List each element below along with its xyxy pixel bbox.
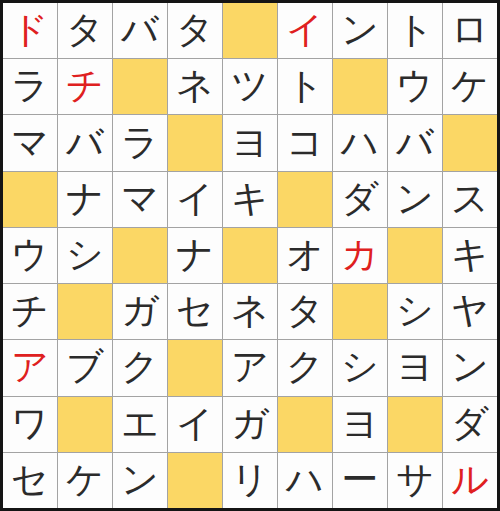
cell-letter: ト (286, 67, 324, 104)
cell-r9c7[interactable]: ー (333, 453, 387, 508)
cell-r3c9[interactable] (443, 115, 497, 170)
cell-r4c5[interactable]: キ (223, 172, 277, 227)
cell-r4c6[interactable] (278, 172, 332, 227)
cell-letter: リ (231, 461, 269, 498)
cell-letter: ラ (121, 124, 159, 161)
cell-r2c2[interactable]: チ (58, 59, 112, 114)
cell-r3c8[interactable]: バ (388, 115, 442, 170)
cell-letter: バ (66, 124, 104, 161)
cell-r7c5[interactable]: ア (223, 340, 277, 395)
cell-letter: ト (396, 11, 434, 48)
cell-letter: ス (451, 180, 489, 217)
cell-letter: バ (121, 11, 159, 48)
cell-letter: ロ (451, 11, 489, 48)
cell-letter: ナ (176, 236, 214, 273)
cell-letter: ブ (66, 348, 104, 385)
cell-r8c3[interactable]: エ (113, 397, 167, 452)
cell-letter: チ (11, 292, 49, 329)
cell-r3c1[interactable]: マ (3, 115, 57, 170)
cell-letter: ガ (231, 405, 269, 442)
cell-letter: カ (341, 236, 379, 273)
cell-letter: キ (231, 180, 269, 217)
cell-r5c2[interactable]: シ (58, 228, 112, 283)
cell-r9c9[interactable]: ル (443, 453, 497, 508)
cell-r3c4[interactable] (168, 115, 222, 170)
cell-letter: バ (396, 124, 434, 161)
cell-r6c7[interactable] (333, 284, 387, 339)
cell-r7c9[interactable]: ン (443, 340, 497, 395)
cell-r4c3[interactable]: マ (113, 172, 167, 227)
cell-r3c7[interactable]: ハ (333, 115, 387, 170)
cell-r5c5[interactable] (223, 228, 277, 283)
cell-letter: ク (121, 348, 159, 385)
cell-r6c2[interactable] (58, 284, 112, 339)
cell-letter: ダ (451, 405, 489, 442)
cell-r8c8[interactable] (388, 397, 442, 452)
cell-r2c4[interactable]: ネ (168, 59, 222, 114)
cell-r9c2[interactable]: ケ (58, 453, 112, 508)
cell-letter: シ (396, 292, 434, 329)
cell-letter: イ (286, 11, 324, 48)
cell-r5c6[interactable]: オ (278, 228, 332, 283)
cell-r1c6[interactable]: イ (278, 3, 332, 58)
cell-r2c5[interactable]: ツ (223, 59, 277, 114)
cell-r5c8[interactable] (388, 228, 442, 283)
cell-letter: ド (11, 11, 49, 48)
cell-letter: マ (11, 124, 49, 161)
cell-letter: ヨ (231, 124, 269, 161)
cell-letter: ネ (176, 67, 214, 104)
cell-letter: ケ (451, 67, 489, 104)
cell-r5c4[interactable]: ナ (168, 228, 222, 283)
cell-letter: コ (286, 124, 324, 161)
cell-r1c7[interactable]: ン (333, 3, 387, 58)
cell-r5c7[interactable]: カ (333, 228, 387, 283)
cell-letter: ウ (396, 67, 434, 104)
cell-r6c4[interactable]: セ (168, 284, 222, 339)
cell-r6c6[interactable]: タ (278, 284, 332, 339)
cell-letter: ワ (11, 405, 49, 442)
cell-letter: セ (11, 461, 49, 498)
cell-letter: ン (121, 461, 159, 498)
cell-r2c3[interactable] (113, 59, 167, 114)
cell-r4c8[interactable]: ン (388, 172, 442, 227)
cell-r2c8[interactable]: ウ (388, 59, 442, 114)
cell-r7c4[interactable] (168, 340, 222, 395)
cell-r5c3[interactable] (113, 228, 167, 283)
cell-r8c7[interactable]: ヨ (333, 397, 387, 452)
cell-r8c4[interactable]: イ (168, 397, 222, 452)
cell-letter: ハ (286, 461, 324, 498)
cell-r7c8[interactable]: ヨ (388, 340, 442, 395)
cell-r7c1[interactable]: ア (3, 340, 57, 395)
cell-letter: サ (396, 461, 434, 498)
cell-letter: セ (176, 292, 214, 329)
cell-r1c3[interactable]: バ (113, 3, 167, 58)
cell-r3c6[interactable]: コ (278, 115, 332, 170)
cell-letter: ル (451, 461, 489, 498)
cell-r4c1[interactable] (3, 172, 57, 227)
cell-r3c3[interactable]: ラ (113, 115, 167, 170)
cell-r4c7[interactable]: ダ (333, 172, 387, 227)
cell-r1c8[interactable]: ト (388, 3, 442, 58)
cell-letter: イ (176, 180, 214, 217)
cell-letter: ク (286, 348, 324, 385)
cell-letter: ン (396, 180, 434, 217)
cell-letter: ン (341, 11, 379, 48)
cell-r3c5[interactable]: ヨ (223, 115, 277, 170)
cell-r8c2[interactable] (58, 397, 112, 452)
crossword-puzzle: ドタバタイントロラチネツトウケマバラヨコハバナマイキダンスウシナオカキチガセネタ… (0, 0, 500, 511)
cell-r9c8[interactable]: サ (388, 453, 442, 508)
cell-r9c3[interactable]: ン (113, 453, 167, 508)
cell-letter: ダ (341, 180, 379, 217)
cell-letter: シ (66, 236, 104, 273)
cell-letter: イ (176, 405, 214, 442)
cell-r8c1[interactable]: ワ (3, 397, 57, 452)
cell-letter: シ (341, 348, 379, 385)
cell-r5c1[interactable]: ウ (3, 228, 57, 283)
cell-r6c5[interactable]: ネ (223, 284, 277, 339)
cell-r8c5[interactable]: ガ (223, 397, 277, 452)
cell-letter: オ (286, 236, 324, 273)
cell-letter: ガ (121, 292, 159, 329)
cell-r6c9[interactable]: ヤ (443, 284, 497, 339)
cell-letter: ウ (11, 236, 49, 273)
cell-r3c2[interactable]: バ (58, 115, 112, 170)
cell-letter: ー (342, 461, 379, 498)
cell-letter: タ (176, 11, 214, 48)
cell-r8c6[interactable] (278, 397, 332, 452)
cell-letter: マ (121, 180, 159, 217)
cell-letter: ナ (66, 180, 104, 217)
cell-r4c2[interactable]: ナ (58, 172, 112, 227)
cell-r6c8[interactable]: シ (388, 284, 442, 339)
cell-letter: ヨ (396, 348, 434, 385)
cell-letter: タ (66, 11, 104, 48)
cell-r1c5[interactable] (223, 3, 277, 58)
cell-r1c1[interactable]: ド (3, 3, 57, 58)
cell-letter: ア (231, 348, 269, 385)
cell-r9c1[interactable]: セ (3, 453, 57, 508)
cell-r7c7[interactable]: シ (333, 340, 387, 395)
cell-letter: ン (451, 348, 489, 385)
cell-letter: ネ (231, 292, 269, 329)
cell-letter: ラ (11, 67, 49, 104)
cell-r4c4[interactable]: イ (168, 172, 222, 227)
cell-letter: ハ (341, 124, 379, 161)
cell-r6c1[interactable]: チ (3, 284, 57, 339)
cell-letter: チ (66, 67, 104, 104)
cell-r6c3[interactable]: ガ (113, 284, 167, 339)
cell-letter: ツ (231, 67, 269, 104)
cell-letter: ケ (66, 461, 104, 498)
cell-letter: キ (451, 236, 489, 273)
cell-r4c9[interactable]: ス (443, 172, 497, 227)
cell-r9c4[interactable] (168, 453, 222, 508)
cell-r2c6[interactable]: ト (278, 59, 332, 114)
cell-r1c2[interactable]: タ (58, 3, 112, 58)
cell-r9c6[interactable]: ハ (278, 453, 332, 508)
cell-r2c7[interactable] (333, 59, 387, 114)
cell-r5c9[interactable]: キ (443, 228, 497, 283)
cell-letter: タ (286, 292, 324, 329)
cell-r2c9[interactable]: ケ (443, 59, 497, 114)
cell-r8c9[interactable]: ダ (443, 397, 497, 452)
cell-letter: エ (121, 405, 159, 442)
cell-r7c6[interactable]: ク (278, 340, 332, 395)
cell-r7c3[interactable]: ク (113, 340, 167, 395)
crossword-board: ドタバタイントロラチネツトウケマバラヨコハバナマイキダンスウシナオカキチガセネタ… (0, 0, 500, 511)
cell-r2c1[interactable]: ラ (3, 59, 57, 114)
cell-letter: ヨ (341, 405, 379, 442)
cell-letter: ヤ (451, 292, 489, 329)
cell-r1c4[interactable]: タ (168, 3, 222, 58)
cell-letter: ア (11, 348, 49, 385)
cell-r9c5[interactable]: リ (223, 453, 277, 508)
cell-r7c2[interactable]: ブ (58, 340, 112, 395)
cell-r1c9[interactable]: ロ (443, 3, 497, 58)
